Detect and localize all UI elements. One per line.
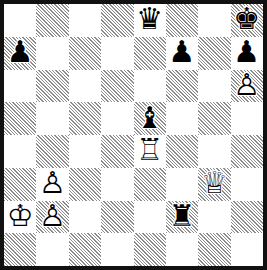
black-pawn-glyph: ♟ xyxy=(4,37,36,69)
square-g1[interactable] xyxy=(198,233,230,266)
square-e8[interactable]: ♛♛ xyxy=(134,4,166,37)
square-c4[interactable] xyxy=(69,135,101,168)
white-pawn-glyph: ♙ xyxy=(231,70,263,102)
black-pawn-glyph: ♟ xyxy=(231,37,263,69)
square-h6[interactable]: ♟♙ xyxy=(231,70,263,103)
piece-black-pawn[interactable]: ♟♟ xyxy=(231,37,263,70)
square-f2[interactable]: ♜♜ xyxy=(166,201,198,234)
white-rook-glyph: ♖ xyxy=(134,135,166,167)
square-e4[interactable]: ♜♖ xyxy=(134,135,166,168)
square-h3[interactable] xyxy=(231,168,263,201)
square-g6[interactable] xyxy=(198,70,230,103)
square-d3[interactable] xyxy=(101,168,133,201)
piece-black-queen[interactable]: ♛♛ xyxy=(134,4,166,37)
square-e6[interactable] xyxy=(134,70,166,103)
square-h7[interactable]: ♟♟ xyxy=(231,37,263,70)
square-h1[interactable] xyxy=(231,233,263,266)
square-f1[interactable] xyxy=(166,233,198,266)
black-queen-glyph: ♛ xyxy=(134,4,166,36)
square-h4[interactable] xyxy=(231,135,263,168)
square-a6[interactable] xyxy=(4,70,36,103)
square-a8[interactable] xyxy=(4,4,36,37)
square-d1[interactable] xyxy=(101,233,133,266)
square-b5[interactable] xyxy=(36,102,68,135)
square-c7[interactable] xyxy=(69,37,101,70)
piece-white-pawn[interactable]: ♟♙ xyxy=(36,201,68,234)
square-c5[interactable] xyxy=(69,102,101,135)
square-g2[interactable] xyxy=(198,201,230,234)
square-h8[interactable]: ♚♚ xyxy=(231,4,263,37)
piece-white-king[interactable]: ♚♔ xyxy=(4,201,36,234)
square-d5[interactable] xyxy=(101,102,133,135)
square-c1[interactable] xyxy=(69,233,101,266)
piece-black-king[interactable]: ♚♚ xyxy=(231,4,263,37)
piece-black-rook[interactable]: ♜♜ xyxy=(166,201,198,234)
black-pawn-glyph: ♟ xyxy=(166,37,198,69)
square-e1[interactable] xyxy=(134,233,166,266)
square-b6[interactable] xyxy=(36,70,68,103)
square-a2[interactable]: ♚♔ xyxy=(4,201,36,234)
square-d7[interactable] xyxy=(101,37,133,70)
square-b1[interactable] xyxy=(36,233,68,266)
black-king-glyph: ♚ xyxy=(231,4,263,36)
piece-white-queen[interactable]: ♛♕ xyxy=(198,168,230,201)
square-b4[interactable] xyxy=(36,135,68,168)
square-c2[interactable] xyxy=(69,201,101,234)
black-bishop-glyph: ♝ xyxy=(134,102,166,134)
square-c8[interactable] xyxy=(69,4,101,37)
piece-white-pawn[interactable]: ♟♙ xyxy=(36,168,68,201)
square-h5[interactable] xyxy=(231,102,263,135)
white-pawn-glyph: ♙ xyxy=(36,201,68,233)
square-g5[interactable] xyxy=(198,102,230,135)
square-a7[interactable]: ♟♟ xyxy=(4,37,36,70)
square-h2[interactable] xyxy=(231,201,263,234)
piece-black-pawn[interactable]: ♟♟ xyxy=(4,37,36,70)
piece-black-bishop[interactable]: ♝♝ xyxy=(134,102,166,135)
square-f7[interactable]: ♟♟ xyxy=(166,37,198,70)
square-d4[interactable] xyxy=(101,135,133,168)
square-e3[interactable] xyxy=(134,168,166,201)
square-e2[interactable] xyxy=(134,201,166,234)
square-b2[interactable]: ♟♙ xyxy=(36,201,68,234)
square-a1[interactable] xyxy=(4,233,36,266)
square-c6[interactable] xyxy=(69,70,101,103)
square-f4[interactable] xyxy=(166,135,198,168)
chessboard: ♛♛♚♚♟♟♟♟♟♟♟♙♝♝♜♖♟♙♛♕♚♔♟♙♜♜ xyxy=(4,4,263,266)
black-rook-glyph: ♜ xyxy=(166,201,198,233)
piece-black-pawn[interactable]: ♟♟ xyxy=(166,37,198,70)
square-b7[interactable] xyxy=(36,37,68,70)
square-d2[interactable] xyxy=(101,201,133,234)
square-c3[interactable] xyxy=(69,168,101,201)
square-e5[interactable]: ♝♝ xyxy=(134,102,166,135)
white-king-glyph: ♔ xyxy=(4,201,36,233)
square-a5[interactable] xyxy=(4,102,36,135)
square-f3[interactable] xyxy=(166,168,198,201)
square-f5[interactable] xyxy=(166,102,198,135)
chessboard-frame: ♛♛♚♚♟♟♟♟♟♟♟♙♝♝♜♖♟♙♛♕♚♔♟♙♜♜ xyxy=(0,0,267,270)
white-pawn-glyph: ♙ xyxy=(36,168,68,200)
piece-white-pawn[interactable]: ♟♙ xyxy=(231,70,263,103)
square-f8[interactable] xyxy=(166,4,198,37)
square-e7[interactable] xyxy=(134,37,166,70)
square-g7[interactable] xyxy=(198,37,230,70)
square-b8[interactable] xyxy=(36,4,68,37)
square-d6[interactable] xyxy=(101,70,133,103)
square-g4[interactable] xyxy=(198,135,230,168)
square-g8[interactable] xyxy=(198,4,230,37)
square-a4[interactable] xyxy=(4,135,36,168)
square-g3[interactable]: ♛♕ xyxy=(198,168,230,201)
white-queen-glyph: ♕ xyxy=(198,168,230,200)
piece-white-rook[interactable]: ♜♖ xyxy=(134,135,166,168)
square-f6[interactable] xyxy=(166,70,198,103)
square-b3[interactable]: ♟♙ xyxy=(36,168,68,201)
square-d8[interactable] xyxy=(101,4,133,37)
square-a3[interactable] xyxy=(4,168,36,201)
